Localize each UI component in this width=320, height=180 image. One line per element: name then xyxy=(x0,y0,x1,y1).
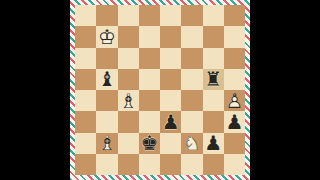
black-rook[interactable]: ♜ xyxy=(203,69,224,90)
square-g7[interactable] xyxy=(203,26,224,47)
square-h7[interactable] xyxy=(224,26,245,47)
square-c5[interactable] xyxy=(118,69,139,90)
square-f6[interactable] xyxy=(181,48,202,69)
square-h3[interactable]: ♟ xyxy=(224,111,245,132)
square-h4[interactable]: ♟♙ xyxy=(224,90,245,111)
square-g5[interactable]: ♜ xyxy=(203,69,224,90)
square-a7[interactable] xyxy=(75,26,96,47)
black-bishop[interactable]: ♝ xyxy=(96,69,117,90)
square-h8[interactable] xyxy=(224,5,245,26)
square-f8[interactable] xyxy=(181,5,202,26)
square-d6[interactable] xyxy=(139,48,160,69)
square-h6[interactable] xyxy=(224,48,245,69)
square-c8[interactable] xyxy=(118,5,139,26)
square-g1[interactable] xyxy=(203,154,224,175)
square-f3[interactable] xyxy=(181,111,202,132)
square-b8[interactable] xyxy=(96,5,117,26)
black-pawn[interactable]: ♟ xyxy=(203,133,224,154)
square-h1[interactable] xyxy=(224,154,245,175)
white-pawn[interactable]: ♟♙ xyxy=(224,90,245,111)
square-d1[interactable] xyxy=(139,154,160,175)
square-a5[interactable] xyxy=(75,69,96,90)
square-d8[interactable] xyxy=(139,5,160,26)
square-b5[interactable]: ♝ xyxy=(96,69,117,90)
square-b7[interactable]: ♚♔ xyxy=(96,26,117,47)
square-e1[interactable] xyxy=(160,154,181,175)
square-h5[interactable] xyxy=(224,69,245,90)
square-c2[interactable] xyxy=(118,133,139,154)
square-c4[interactable]: ♝♗ xyxy=(118,90,139,111)
square-f1[interactable] xyxy=(181,154,202,175)
square-b2[interactable]: ♝♗ xyxy=(96,133,117,154)
white-bishop[interactable]: ♝♗ xyxy=(96,133,117,154)
square-b4[interactable] xyxy=(96,90,117,111)
square-f2[interactable]: ♞♘ xyxy=(181,133,202,154)
square-g4[interactable] xyxy=(203,90,224,111)
square-c7[interactable] xyxy=(118,26,139,47)
square-a4[interactable] xyxy=(75,90,96,111)
square-e5[interactable] xyxy=(160,69,181,90)
square-d4[interactable] xyxy=(139,90,160,111)
square-b3[interactable] xyxy=(96,111,117,132)
square-c6[interactable] xyxy=(118,48,139,69)
square-c1[interactable] xyxy=(118,154,139,175)
chess-board: ♚♔♝♜♝♗♟♙♟♟♝♗♚♞♘♟ xyxy=(75,5,245,175)
square-h2[interactable] xyxy=(224,133,245,154)
letterbox-left xyxy=(0,0,70,180)
square-d5[interactable] xyxy=(139,69,160,90)
square-f4[interactable] xyxy=(181,90,202,111)
white-bishop[interactable]: ♝♗ xyxy=(118,90,139,111)
square-g6[interactable] xyxy=(203,48,224,69)
square-a2[interactable] xyxy=(75,133,96,154)
square-g2[interactable]: ♟ xyxy=(203,133,224,154)
square-f7[interactable] xyxy=(181,26,202,47)
black-king[interactable]: ♚ xyxy=(139,133,160,154)
square-b6[interactable] xyxy=(96,48,117,69)
video-frame: ♚♔♝♜♝♗♟♙♟♟♝♗♚♞♘♟ xyxy=(0,0,320,180)
letterbox-right xyxy=(250,0,320,180)
square-d7[interactable] xyxy=(139,26,160,47)
square-a1[interactable] xyxy=(75,154,96,175)
square-e2[interactable] xyxy=(160,133,181,154)
square-e3[interactable]: ♟ xyxy=(160,111,181,132)
square-a3[interactable] xyxy=(75,111,96,132)
square-e7[interactable] xyxy=(160,26,181,47)
decorative-board-frame: ♚♔♝♜♝♗♟♙♟♟♝♗♚♞♘♟ xyxy=(70,0,250,180)
square-e4[interactable] xyxy=(160,90,181,111)
square-a8[interactable] xyxy=(75,5,96,26)
square-e6[interactable] xyxy=(160,48,181,69)
square-g3[interactable] xyxy=(203,111,224,132)
square-a6[interactable] xyxy=(75,48,96,69)
square-g8[interactable] xyxy=(203,5,224,26)
square-c3[interactable] xyxy=(118,111,139,132)
square-b1[interactable] xyxy=(96,154,117,175)
square-e8[interactable] xyxy=(160,5,181,26)
white-king[interactable]: ♚♔ xyxy=(96,26,117,47)
black-pawn[interactable]: ♟ xyxy=(160,111,181,132)
white-knight[interactable]: ♞♘ xyxy=(181,133,202,154)
black-pawn[interactable]: ♟ xyxy=(224,111,245,132)
square-f5[interactable] xyxy=(181,69,202,90)
square-d2[interactable]: ♚ xyxy=(139,133,160,154)
square-d3[interactable] xyxy=(139,111,160,132)
